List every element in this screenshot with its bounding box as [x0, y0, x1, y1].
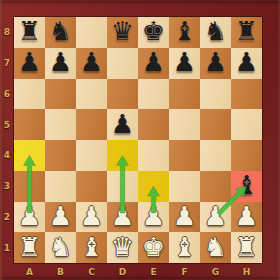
- square-h3[interactable]: ♝: [231, 171, 262, 202]
- square-f5[interactable]: [169, 109, 200, 140]
- square-d7[interactable]: [107, 48, 138, 79]
- square-g5[interactable]: [200, 109, 231, 140]
- chess-board-frame: 87654321 ABCDEFGH ♜♞♛♚♝♞♜♟♟♟♟♟♟♟♟♝♟♟♟♟♟♟…: [0, 0, 280, 280]
- file-label-C: C: [88, 267, 95, 277]
- rank-label-6: 6: [4, 89, 10, 99]
- square-b7[interactable]: ♟: [45, 48, 76, 79]
- square-h5[interactable]: [231, 109, 262, 140]
- black-pawn[interactable]: ♟: [111, 111, 134, 137]
- white-king[interactable]: ♚: [142, 234, 165, 260]
- square-h1[interactable]: ♜: [231, 232, 262, 263]
- square-e3[interactable]: [138, 171, 169, 202]
- square-a8[interactable]: ♜: [14, 17, 45, 48]
- black-rook[interactable]: ♜: [235, 18, 258, 44]
- square-a3[interactable]: [14, 171, 45, 202]
- square-f4[interactable]: [169, 140, 200, 171]
- square-e7[interactable]: ♟: [138, 48, 169, 79]
- square-b4[interactable]: [45, 140, 76, 171]
- square-a6[interactable]: [14, 79, 45, 110]
- square-b2[interactable]: ♟: [45, 202, 76, 233]
- black-knight[interactable]: ♞: [49, 18, 72, 44]
- white-pawn[interactable]: ♟: [235, 203, 258, 229]
- square-g1[interactable]: ♞: [200, 232, 231, 263]
- white-rook[interactable]: ♜: [235, 234, 258, 260]
- square-c3[interactable]: [76, 171, 107, 202]
- rank-label-7: 7: [4, 58, 10, 68]
- square-e4[interactable]: [138, 140, 169, 171]
- white-queen[interactable]: ♛: [111, 234, 134, 260]
- black-pawn[interactable]: ♟: [142, 49, 165, 75]
- square-g8[interactable]: ♞: [200, 17, 231, 48]
- square-b3[interactable]: [45, 171, 76, 202]
- square-f7[interactable]: ♟: [169, 48, 200, 79]
- square-a7[interactable]: ♟: [14, 48, 45, 79]
- square-g7[interactable]: ♟: [200, 48, 231, 79]
- square-f3[interactable]: [169, 171, 200, 202]
- square-a4[interactable]: [14, 140, 45, 171]
- black-king[interactable]: ♚: [142, 18, 165, 44]
- black-pawn[interactable]: ♟: [18, 49, 41, 75]
- square-e2[interactable]: ♟: [138, 202, 169, 233]
- black-pawn[interactable]: ♟: [235, 49, 258, 75]
- rank-label-8: 8: [4, 27, 10, 37]
- rank-labels: 87654321: [0, 17, 14, 263]
- white-bishop[interactable]: ♝: [80, 234, 103, 260]
- square-c4[interactable]: [76, 140, 107, 171]
- rank-label-5: 5: [4, 120, 10, 130]
- square-h2[interactable]: ♟: [231, 202, 262, 233]
- square-e1[interactable]: ♚: [138, 232, 169, 263]
- black-knight[interactable]: ♞: [204, 18, 227, 44]
- black-rook[interactable]: ♜: [18, 18, 41, 44]
- square-f2[interactable]: ♟: [169, 202, 200, 233]
- square-c6[interactable]: [76, 79, 107, 110]
- white-knight[interactable]: ♞: [49, 234, 72, 260]
- square-c5[interactable]: [76, 109, 107, 140]
- black-bishop[interactable]: ♝: [235, 172, 258, 198]
- white-pawn[interactable]: ♟: [80, 203, 103, 229]
- file-label-E: E: [150, 267, 156, 277]
- white-pawn[interactable]: ♟: [142, 203, 165, 229]
- square-d6[interactable]: [107, 79, 138, 110]
- white-knight[interactable]: ♞: [204, 234, 227, 260]
- square-h4[interactable]: [231, 140, 262, 171]
- rank-label-2: 2: [4, 212, 10, 222]
- square-f6[interactable]: [169, 79, 200, 110]
- white-pawn[interactable]: ♟: [49, 203, 72, 229]
- square-b6[interactable]: [45, 79, 76, 110]
- square-d4[interactable]: [107, 140, 138, 171]
- square-c1[interactable]: ♝: [76, 232, 107, 263]
- rank-label-1: 1: [4, 243, 10, 253]
- black-bishop[interactable]: ♝: [173, 18, 196, 44]
- square-d5[interactable]: ♟: [107, 109, 138, 140]
- file-label-H: H: [243, 267, 251, 277]
- file-label-G: G: [212, 267, 219, 277]
- square-e5[interactable]: [138, 109, 169, 140]
- square-h8[interactable]: ♜: [231, 17, 262, 48]
- rank-label-3: 3: [4, 181, 10, 191]
- file-label-A: A: [26, 267, 33, 277]
- black-pawn[interactable]: ♟: [80, 49, 103, 75]
- black-queen[interactable]: ♛: [111, 18, 134, 44]
- square-e6[interactable]: [138, 79, 169, 110]
- square-g3[interactable]: [200, 171, 231, 202]
- white-pawn[interactable]: ♟: [173, 203, 196, 229]
- black-pawn[interactable]: ♟: [173, 49, 196, 75]
- square-a2[interactable]: ♟: [14, 202, 45, 233]
- square-g6[interactable]: [200, 79, 231, 110]
- square-c8[interactable]: [76, 17, 107, 48]
- white-pawn[interactable]: ♟: [111, 203, 134, 229]
- square-a5[interactable]: [14, 109, 45, 140]
- square-c2[interactable]: ♟: [76, 202, 107, 233]
- square-h6[interactable]: [231, 79, 262, 110]
- square-d2[interactable]: ♟: [107, 202, 138, 233]
- square-b8[interactable]: ♞: [45, 17, 76, 48]
- chess-board: ♜♞♛♚♝♞♜♟♟♟♟♟♟♟♟♝♟♟♟♟♟♟♟♟♜♞♝♛♚♝♞♜: [14, 17, 262, 263]
- file-label-B: B: [57, 267, 64, 277]
- square-d3[interactable]: [107, 171, 138, 202]
- square-f8[interactable]: ♝: [169, 17, 200, 48]
- white-pawn[interactable]: ♟: [18, 203, 41, 229]
- square-h7[interactable]: ♟: [231, 48, 262, 79]
- square-c7[interactable]: ♟: [76, 48, 107, 79]
- black-pawn[interactable]: ♟: [49, 49, 72, 75]
- rank-label-4: 4: [4, 150, 10, 160]
- square-d1[interactable]: ♛: [107, 232, 138, 263]
- white-bishop[interactable]: ♝: [173, 234, 196, 260]
- square-g2[interactable]: ♟: [200, 202, 231, 233]
- square-b5[interactable]: [45, 109, 76, 140]
- square-b1[interactable]: ♞: [45, 232, 76, 263]
- file-labels: ABCDEFGH: [14, 263, 262, 280]
- square-e8[interactable]: ♚: [138, 17, 169, 48]
- square-a1[interactable]: ♜: [14, 232, 45, 263]
- square-g4[interactable]: [200, 140, 231, 171]
- white-pawn[interactable]: ♟: [204, 203, 227, 229]
- file-label-D: D: [119, 267, 126, 277]
- square-d8[interactable]: ♛: [107, 17, 138, 48]
- black-pawn[interactable]: ♟: [204, 49, 227, 75]
- white-rook[interactable]: ♜: [18, 234, 41, 260]
- square-f1[interactable]: ♝: [169, 232, 200, 263]
- file-label-F: F: [181, 267, 187, 277]
